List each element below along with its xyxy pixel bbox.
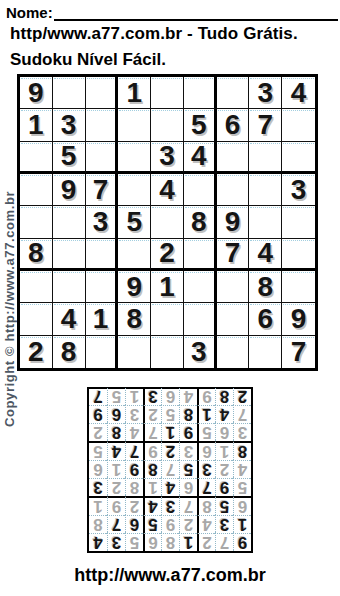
solution-cell-r9c2: 8: [215, 388, 233, 405]
cell-r7c9[interactable]: [282, 271, 315, 303]
cell-r8c7[interactable]: [217, 303, 250, 335]
cell-r8c5[interactable]: [151, 303, 184, 335]
cell-r9c5[interactable]: [151, 336, 184, 368]
solution-cell-r6c3: 6: [197, 441, 215, 460]
solution-cell-r1c8: 3: [107, 533, 125, 551]
cell-r7c7[interactable]: [217, 271, 250, 303]
solution-cell-r1c6: 6: [143, 533, 161, 551]
cell-r6c2[interactable]: [53, 239, 86, 271]
cell-r1c1: 9: [20, 77, 53, 109]
cell-r3c6: 4: [184, 142, 217, 174]
cell-r7c3[interactable]: [86, 271, 119, 303]
cell-r6c5: 2: [151, 239, 184, 271]
solution-cell-r6c1: 8: [233, 441, 251, 460]
cell-r4c5: 4: [151, 174, 184, 206]
solution-cell-r1c2: 7: [215, 533, 233, 551]
cell-r9c8[interactable]: [249, 336, 282, 368]
cell-r9c7[interactable]: [217, 336, 250, 368]
solution-grid-rotated: 9721865341342956786587342915976418234235…: [87, 387, 253, 553]
cell-r2c5[interactable]: [151, 109, 184, 141]
solution-cell-r5c3: 3: [197, 460, 215, 478]
cell-r3c8[interactable]: [249, 142, 282, 174]
cell-r2c4[interactable]: [118, 109, 151, 141]
cell-r4c1[interactable]: [20, 174, 53, 206]
cell-r1c5[interactable]: [151, 77, 184, 109]
cell-r2c1: 1: [20, 109, 53, 141]
solution-cell-r8c7: 3: [125, 405, 143, 423]
solution-cell-r8c6: 2: [143, 405, 161, 423]
cell-r2c2: 3: [53, 109, 86, 141]
cell-r9c9: 7: [282, 336, 315, 368]
sudoku-sheet: Nome: http/www.a77.com.br - Tudo Grátis.…: [0, 0, 340, 596]
solution-cell-r4c2: 9: [215, 478, 233, 496]
cell-r3c9[interactable]: [282, 142, 315, 174]
solution-cell-r3c4: 7: [179, 496, 197, 515]
solution-cell-r6c4: 3: [179, 441, 197, 460]
cell-r9c2: 8: [53, 336, 86, 368]
solution-cell-r7c1: 3: [233, 423, 251, 441]
cell-r5c4: 5: [118, 206, 151, 238]
solution-cell-r8c2: 4: [215, 405, 233, 423]
cell-r3c7[interactable]: [217, 142, 250, 174]
solution-cell-r5c4: 5: [179, 460, 197, 478]
cell-r3c1[interactable]: [20, 142, 53, 174]
cell-r3c2: 5: [53, 142, 86, 174]
cell-r1c7[interactable]: [217, 77, 250, 109]
cell-r2c6: 5: [184, 109, 217, 141]
cell-r7c1[interactable]: [20, 271, 53, 303]
name-label: Nome:: [6, 4, 53, 21]
solution-cell-r5c5: 7: [161, 460, 179, 478]
cell-r5c2[interactable]: [53, 206, 86, 238]
cell-r7c5: 1: [151, 271, 184, 303]
cell-r6c7: 7: [217, 239, 250, 271]
cell-r5c7: 9: [217, 206, 250, 238]
solution-cell-r4c3: 7: [197, 478, 215, 496]
solution-cell-r2c5: 9: [161, 515, 179, 533]
cell-r6c1: 8: [20, 239, 53, 271]
cell-r8c4: 8: [118, 303, 151, 335]
solution-cell-r7c4: 9: [179, 423, 197, 441]
solution-cell-r1c9: 4: [89, 533, 107, 551]
cell-r9c3[interactable]: [86, 336, 119, 368]
cell-r5c3: 3: [86, 206, 119, 238]
solution-cell-r6c7: 7: [125, 441, 143, 460]
solution-cell-r6c6: 9: [143, 441, 161, 460]
solution-cell-r2c2: 3: [215, 515, 233, 533]
copyright-vertical-text: Copyright © http://www.a77.com.br: [2, 191, 17, 427]
solution-cell-r4c8: 2: [107, 478, 125, 496]
cell-r1c9: 4: [282, 77, 315, 109]
solution-cell-r6c5: 2: [161, 441, 179, 460]
cell-r2c7: 6: [217, 109, 250, 141]
cell-r4c6[interactable]: [184, 174, 217, 206]
solution-cell-r1c5: 8: [161, 533, 179, 551]
cell-r4c9: 3: [282, 174, 315, 206]
solution-cell-r3c3: 8: [197, 496, 215, 515]
cell-r3c3[interactable]: [86, 142, 119, 174]
solution-cell-r8c5: 5: [161, 405, 179, 423]
name-blank-line: [54, 3, 338, 21]
solution-cell-r4c7: 8: [125, 478, 143, 496]
cell-r7c6[interactable]: [184, 271, 217, 303]
solution-cell-r3c5: 3: [161, 496, 179, 515]
cell-r6c8: 4: [249, 239, 282, 271]
solution-cell-r7c9: 2: [89, 423, 107, 441]
cell-r6c6[interactable]: [184, 239, 217, 271]
puzzle-title: Sudoku Nível Fácil.: [10, 50, 166, 70]
cell-r8c3: 1: [86, 303, 119, 335]
cell-r5c8[interactable]: [249, 206, 282, 238]
cell-r1c8: 3: [249, 77, 282, 109]
solution-cell-r9c4: 4: [179, 388, 197, 405]
solution-cell-r2c3: 4: [197, 515, 215, 533]
solution-cell-r9c9: 7: [89, 388, 107, 405]
solution-cell-r5c8: 1: [107, 460, 125, 478]
cell-r6c4[interactable]: [118, 239, 151, 271]
solution-cell-r5c7: 9: [125, 460, 143, 478]
solution-cell-r4c5: 4: [161, 478, 179, 496]
solution-cell-r2c1: 1: [233, 515, 251, 533]
solution-cell-r3c7: 2: [125, 496, 143, 515]
cell-r5c6: 8: [184, 206, 217, 238]
solution-cell-r3c6: 4: [143, 496, 161, 515]
sudoku-grid: 913413567534974335898274918418692837: [17, 74, 318, 371]
solution-cell-r8c8: 6: [107, 405, 125, 423]
cell-r4c4[interactable]: [118, 174, 151, 206]
solution-cell-r3c9: 1: [89, 496, 107, 515]
cell-r5c1[interactable]: [20, 206, 53, 238]
site-header: http/www.a77.com.br - Tudo Grátis.: [10, 24, 298, 44]
solution-cell-r7c2: 6: [215, 423, 233, 441]
cell-r5c5[interactable]: [151, 206, 184, 238]
cell-r2c8: 7: [249, 109, 282, 141]
cell-r6c3[interactable]: [86, 239, 119, 271]
solution-cell-r3c8: 9: [107, 496, 125, 515]
cell-r7c4: 9: [118, 271, 151, 303]
cell-r4c8[interactable]: [249, 174, 282, 206]
solution-cell-r3c2: 5: [215, 496, 233, 515]
solution-cell-r2c9: 8: [89, 515, 107, 533]
solution-cell-r8c4: 8: [179, 405, 197, 423]
cell-r3c5: 3: [151, 142, 184, 174]
cell-r2c3[interactable]: [86, 109, 119, 141]
solution-cell-r1c3: 2: [197, 533, 215, 551]
solution-cell-r1c7: 5: [125, 533, 143, 551]
cell-r6c9[interactable]: [282, 239, 315, 271]
solution-cell-r2c7: 6: [125, 515, 143, 533]
solution-cell-r4c6: 1: [143, 478, 161, 496]
cell-r8c6[interactable]: [184, 303, 217, 335]
cell-r8c9: 9: [282, 303, 315, 335]
solution-cell-r9c7: 1: [125, 388, 143, 405]
solution-cell-r9c1: 2: [233, 388, 251, 405]
solution-cell-r9c6: 3: [143, 388, 161, 405]
solution-cell-r5c2: 2: [215, 460, 233, 478]
solution-cell-r6c8: 4: [107, 441, 125, 460]
solution-cell-r5c9: 6: [89, 460, 107, 478]
footer-url: http://www.a77.com.br: [0, 565, 340, 586]
solution-cell-r9c3: 9: [197, 388, 215, 405]
cell-r9c4[interactable]: [118, 336, 151, 368]
cell-r9c6: 3: [184, 336, 217, 368]
solution-cell-r7c6: 7: [143, 423, 161, 441]
solution-cell-r7c3: 5: [197, 423, 215, 441]
cell-r1c2[interactable]: [53, 77, 86, 109]
solution-cell-r7c7: 4: [125, 423, 143, 441]
cell-r4c3: 7: [86, 174, 119, 206]
solution-cell-r4c1: 5: [233, 478, 251, 496]
cell-r4c2: 9: [53, 174, 86, 206]
cell-r4c7[interactable]: [217, 174, 250, 206]
solution-cell-r8c1: 7: [233, 405, 251, 423]
cell-r2c9[interactable]: [282, 109, 315, 141]
cell-r1c4: 1: [118, 77, 151, 109]
solution-cell-r5c1: 4: [233, 460, 251, 478]
cell-r1c3[interactable]: [86, 77, 119, 109]
cell-r9c1: 2: [20, 336, 53, 368]
solution-cell-r2c8: 7: [107, 515, 125, 533]
cell-r8c2: 4: [53, 303, 86, 335]
solution-cell-r7c5: 1: [161, 423, 179, 441]
solution-cell-r1c4: 1: [179, 533, 197, 551]
solution-cell-r8c9: 9: [89, 405, 107, 423]
cell-r7c8: 8: [249, 271, 282, 303]
cell-r7c2[interactable]: [53, 271, 86, 303]
solution-cell-r2c6: 5: [143, 515, 161, 533]
solution-cell-r8c3: 1: [197, 405, 215, 423]
solution-cell-r2c4: 2: [179, 515, 197, 533]
solution-cell-r4c9: 3: [89, 478, 107, 496]
solution-cell-r9c8: 5: [107, 388, 125, 405]
cell-r1c6[interactable]: [184, 77, 217, 109]
solution-cell-r6c9: 5: [89, 441, 107, 460]
cell-r8c1[interactable]: [20, 303, 53, 335]
solution-cell-r4c4: 6: [179, 478, 197, 496]
cell-r8c8: 6: [249, 303, 282, 335]
solution-cell-r3c1: 6: [233, 496, 251, 515]
solution-cell-r9c5: 6: [161, 388, 179, 405]
solution-cell-r1c1: 9: [233, 533, 251, 551]
cell-r5c9[interactable]: [282, 206, 315, 238]
solution-cell-r7c8: 8: [107, 423, 125, 441]
name-row: Nome:: [6, 3, 338, 21]
solution-cell-r6c2: 1: [215, 441, 233, 460]
cell-r3c4[interactable]: [118, 142, 151, 174]
solution-cell-r5c6: 8: [143, 460, 161, 478]
